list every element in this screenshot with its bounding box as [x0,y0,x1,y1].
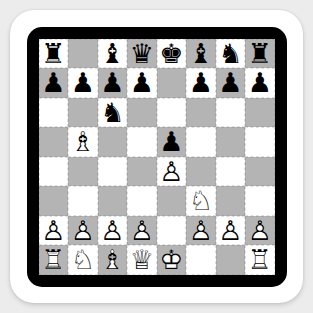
square-d6[interactable] [127,98,157,128]
square-d5[interactable] [127,127,157,157]
square-a3[interactable] [39,186,69,216]
white-knight-b1: ♞♘ [68,245,98,275]
black-rook-h8: ♜ [245,39,275,69]
square-h5[interactable] [245,127,275,157]
sticker: ♜♝♛♚♝♞♜♟♟♟♟♟♟♟♞♝♗♟♟♙♞♘♟♙♟♙♟♙♟♙♟♙♟♙♟♙♜♖♞♘… [10,10,303,303]
square-e6[interactable] [157,98,187,128]
white-king-e1: ♚♔ [157,245,187,275]
white-bishop-b5: ♝♗ [68,127,98,157]
white-pawn-c2: ♟♙ [98,216,128,246]
black-pawn-g7: ♟ [216,68,246,98]
white-knight-f3: ♞♘ [186,186,216,216]
square-a5[interactable] [39,127,69,157]
square-b5[interactable]: ♝♗ [68,127,98,157]
square-c1[interactable]: ♝♗ [98,245,128,275]
white-pawn-a2: ♟♙ [39,216,69,246]
square-a4[interactable] [39,157,69,187]
black-pawn-d7: ♟ [127,68,157,98]
black-pawn-b7: ♟ [68,68,98,98]
square-g7[interactable]: ♟ [216,68,246,98]
black-king-e8: ♚ [157,39,187,69]
square-e4[interactable]: ♟♙ [157,157,187,187]
white-pawn-g2: ♟♙ [216,216,246,246]
white-pawn-f2: ♟♙ [186,216,216,246]
white-rook-a1: ♜♖ [39,245,69,275]
square-h8[interactable]: ♜ [245,39,275,69]
square-d8[interactable]: ♛ [127,39,157,69]
board-frame: ♜♝♛♚♝♞♜♟♟♟♟♟♟♟♞♝♗♟♟♙♞♘♟♙♟♙♟♙♟♙♟♙♟♙♟♙♜♖♞♘… [27,27,287,287]
black-knight-c6: ♞ [98,98,128,128]
square-g1[interactable] [216,245,246,275]
black-pawn-c7: ♟ [98,68,128,98]
square-g3[interactable] [216,186,246,216]
page-background: ♜♝♛♚♝♞♜♟♟♟♟♟♟♟♞♝♗♟♟♙♞♘♟♙♟♙♟♙♟♙♟♙♟♙♟♙♜♖♞♘… [0,0,313,313]
square-a7[interactable]: ♟ [39,68,69,98]
black-bishop-c8: ♝ [98,39,128,69]
square-g4[interactable] [216,157,246,187]
black-rook-a8: ♜ [39,39,69,69]
square-g8[interactable]: ♞ [216,39,246,69]
square-a2[interactable]: ♟♙ [39,216,69,246]
square-h4[interactable] [245,157,275,187]
square-e2[interactable] [157,216,187,246]
square-c3[interactable] [98,186,128,216]
square-f3[interactable]: ♞♘ [186,186,216,216]
square-f8[interactable]: ♝ [186,39,216,69]
square-b6[interactable] [68,98,98,128]
square-b8[interactable] [68,39,98,69]
square-b2[interactable]: ♟♙ [68,216,98,246]
square-a6[interactable] [39,98,69,128]
square-d7[interactable]: ♟ [127,68,157,98]
square-b3[interactable] [68,186,98,216]
square-e3[interactable] [157,186,187,216]
square-f7[interactable]: ♟ [186,68,216,98]
square-e7[interactable] [157,68,187,98]
square-f6[interactable] [186,98,216,128]
white-pawn-h2: ♟♙ [245,216,275,246]
square-h6[interactable] [245,98,275,128]
square-f1[interactable] [186,245,216,275]
square-f5[interactable] [186,127,216,157]
square-e1[interactable]: ♚♔ [157,245,187,275]
square-h7[interactable]: ♟ [245,68,275,98]
square-c6[interactable]: ♞ [98,98,128,128]
black-pawn-h7: ♟ [245,68,275,98]
black-pawn-f7: ♟ [186,68,216,98]
square-g6[interactable] [216,98,246,128]
square-h3[interactable] [245,186,275,216]
black-pawn-a7: ♟ [39,68,69,98]
white-pawn-e4: ♟♙ [157,157,187,187]
square-h1[interactable]: ♜♖ [245,245,275,275]
white-bishop-c1: ♝♗ [98,245,128,275]
square-d3[interactable] [127,186,157,216]
black-knight-g8: ♞ [216,39,246,69]
black-queen-d8: ♛ [127,39,157,69]
square-d1[interactable]: ♛♕ [127,245,157,275]
square-d4[interactable] [127,157,157,187]
square-f2[interactable]: ♟♙ [186,216,216,246]
chess-board[interactable]: ♜♝♛♚♝♞♜♟♟♟♟♟♟♟♞♝♗♟♟♙♞♘♟♙♟♙♟♙♟♙♟♙♟♙♟♙♜♖♞♘… [39,39,275,275]
square-c8[interactable]: ♝ [98,39,128,69]
square-e5[interactable]: ♟ [157,127,187,157]
white-queen-d1: ♛♕ [127,245,157,275]
square-c4[interactable] [98,157,128,187]
square-c7[interactable]: ♟ [98,68,128,98]
square-b1[interactable]: ♞♘ [68,245,98,275]
white-rook-h1: ♜♖ [245,245,275,275]
square-f4[interactable] [186,157,216,187]
square-h2[interactable]: ♟♙ [245,216,275,246]
black-bishop-f8: ♝ [186,39,216,69]
square-a8[interactable]: ♜ [39,39,69,69]
black-pawn-e5: ♟ [157,127,187,157]
square-b4[interactable] [68,157,98,187]
square-c5[interactable] [98,127,128,157]
square-d2[interactable]: ♟♙ [127,216,157,246]
square-e8[interactable]: ♚ [157,39,187,69]
square-a1[interactable]: ♜♖ [39,245,69,275]
square-g2[interactable]: ♟♙ [216,216,246,246]
square-g5[interactable] [216,127,246,157]
white-pawn-b2: ♟♙ [68,216,98,246]
square-c2[interactable]: ♟♙ [98,216,128,246]
square-b7[interactable]: ♟ [68,68,98,98]
white-pawn-d2: ♟♙ [127,216,157,246]
